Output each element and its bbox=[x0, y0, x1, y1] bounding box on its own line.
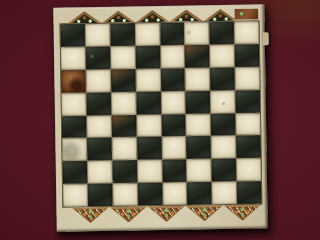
square bbox=[87, 138, 111, 160]
square bbox=[185, 45, 209, 67]
inlay-triangle-icon bbox=[109, 206, 147, 223]
square bbox=[138, 183, 162, 205]
square bbox=[88, 161, 112, 183]
square bbox=[112, 115, 136, 137]
square bbox=[211, 113, 235, 135]
square bbox=[137, 137, 161, 159]
inlay-triangle-icon bbox=[101, 10, 135, 23]
inlay-triangle-icon bbox=[169, 9, 203, 22]
chessboard bbox=[53, 4, 267, 231]
square bbox=[137, 115, 161, 137]
square bbox=[235, 44, 259, 66]
bottom-inlay-band bbox=[62, 204, 262, 226]
square bbox=[187, 159, 211, 181]
square bbox=[136, 92, 160, 114]
square bbox=[135, 23, 159, 45]
inlay-triangle-icon bbox=[71, 207, 109, 224]
square bbox=[161, 91, 185, 113]
square bbox=[63, 184, 87, 206]
square bbox=[210, 45, 234, 67]
square bbox=[135, 46, 159, 68]
photo-background bbox=[0, 0, 320, 240]
square bbox=[111, 46, 135, 68]
square bbox=[85, 24, 109, 46]
inlay-triangle-icon bbox=[147, 206, 185, 223]
square bbox=[235, 67, 259, 89]
square bbox=[212, 136, 236, 158]
board-grid bbox=[60, 20, 263, 207]
square bbox=[62, 139, 86, 161]
square bbox=[113, 184, 137, 206]
square bbox=[162, 160, 186, 182]
square bbox=[87, 115, 111, 137]
square bbox=[236, 136, 260, 158]
square bbox=[236, 113, 260, 135]
inlay-triangle-icon bbox=[135, 10, 169, 23]
square bbox=[235, 21, 259, 43]
square bbox=[86, 92, 110, 114]
square bbox=[186, 114, 210, 136]
square bbox=[137, 160, 161, 182]
square bbox=[62, 116, 86, 138]
corner-inlay-patch bbox=[234, 8, 258, 19]
square bbox=[61, 70, 85, 92]
square bbox=[86, 70, 110, 92]
square bbox=[210, 68, 234, 90]
square bbox=[61, 24, 85, 46]
square bbox=[211, 90, 235, 112]
square bbox=[61, 47, 85, 69]
square bbox=[63, 161, 87, 183]
square bbox=[163, 183, 187, 205]
square bbox=[160, 45, 184, 67]
square bbox=[212, 159, 236, 181]
square bbox=[237, 159, 261, 181]
square bbox=[112, 161, 136, 183]
inlay-triangle-icon bbox=[67, 11, 101, 24]
square bbox=[185, 22, 209, 44]
square bbox=[136, 69, 160, 91]
square bbox=[186, 91, 210, 113]
square bbox=[111, 69, 135, 91]
inlay-triangle-icon bbox=[185, 205, 223, 222]
inlay-triangle-icon bbox=[203, 9, 237, 22]
square bbox=[187, 182, 211, 204]
square bbox=[186, 68, 210, 90]
square bbox=[237, 182, 261, 204]
square bbox=[210, 22, 234, 44]
right-edge-tab bbox=[263, 32, 269, 45]
square bbox=[62, 93, 86, 115]
square bbox=[111, 92, 135, 114]
square bbox=[212, 182, 236, 204]
square bbox=[161, 114, 185, 136]
square bbox=[110, 23, 134, 45]
square bbox=[162, 137, 186, 159]
square bbox=[112, 138, 136, 160]
square bbox=[160, 23, 184, 45]
square bbox=[86, 47, 110, 69]
square bbox=[161, 68, 185, 90]
inlay-triangle-icon bbox=[223, 204, 261, 221]
square bbox=[88, 184, 112, 206]
square bbox=[187, 137, 211, 159]
square bbox=[236, 90, 260, 112]
